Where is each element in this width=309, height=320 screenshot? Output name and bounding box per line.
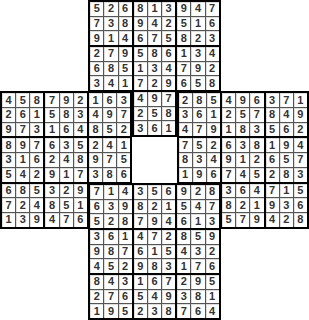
cell-r21c10[interactable]: 2 xyxy=(134,304,147,318)
cell-r14c13[interactable]: 5 xyxy=(177,200,190,214)
cell-r15c17[interactable]: 7 xyxy=(236,213,249,227)
cell-r16c11[interactable]: 7 xyxy=(148,230,161,244)
sudoku-box: 163497852 xyxy=(89,93,130,136)
cell-r15c2[interactable]: 3 xyxy=(16,213,29,227)
cell-r9c1[interactable]: 9 xyxy=(2,123,15,137)
cell-r7c11[interactable]: 9 xyxy=(148,92,161,106)
cell-r20c8[interactable]: 7 xyxy=(104,290,117,304)
cell-r14c14[interactable]: 4 xyxy=(191,200,204,214)
cell-r8c1[interactable]: 2 xyxy=(2,108,15,122)
cell-r12c21[interactable]: 3 xyxy=(294,168,307,182)
cell-r13c10[interactable]: 3 xyxy=(134,185,147,199)
cell-r18c14[interactable]: 7 xyxy=(191,259,204,273)
cell-r12c9[interactable]: 6 xyxy=(117,168,130,182)
cell-r11c1[interactable]: 3 xyxy=(2,153,15,167)
cell-r13c18[interactable]: 4 xyxy=(250,184,263,198)
cell-r9c20[interactable]: 6 xyxy=(280,123,293,137)
cell-r3c11[interactable]: 7 xyxy=(148,31,161,45)
cell-r17c13[interactable]: 4 xyxy=(177,245,190,259)
cell-r10c20[interactable]: 9 xyxy=(280,138,293,152)
cell-r3c9[interactable]: 4 xyxy=(119,31,132,45)
cell-r2c7[interactable]: 7 xyxy=(90,17,103,31)
cell-r18c9[interactable]: 2 xyxy=(119,259,132,273)
cell-r2c15[interactable]: 6 xyxy=(206,17,219,31)
cell-r7c19[interactable]: 3 xyxy=(266,93,279,107)
cell-r7c13[interactable]: 2 xyxy=(179,93,192,107)
cell-r8c14[interactable]: 6 xyxy=(193,108,206,122)
cell-r5c10[interactable]: 1 xyxy=(134,62,147,76)
cell-r15c19[interactable]: 4 xyxy=(266,213,279,227)
cell-r13c5[interactable]: 2 xyxy=(60,184,73,198)
cell-r14c12[interactable]: 1 xyxy=(162,200,175,214)
cell-r8c5[interactable]: 8 xyxy=(60,108,73,122)
cell-r4c9[interactable]: 9 xyxy=(119,47,132,61)
cell-r12c18[interactable]: 5 xyxy=(250,168,263,182)
cell-r12c20[interactable]: 8 xyxy=(280,168,293,182)
cell-r21c8[interactable]: 9 xyxy=(104,304,117,318)
cell-r2c13[interactable]: 5 xyxy=(177,17,190,31)
cell-r9c8[interactable]: 5 xyxy=(103,123,116,137)
cell-r10c9[interactable]: 1 xyxy=(117,138,130,152)
cell-r7c18[interactable]: 6 xyxy=(250,93,263,107)
cell-r11c8[interactable]: 7 xyxy=(103,153,116,167)
cell-r11c16[interactable]: 9 xyxy=(222,153,235,167)
cell-r18c7[interactable]: 4 xyxy=(90,259,103,273)
cell-r18c11[interactable]: 8 xyxy=(148,259,161,273)
cell-r20c15[interactable]: 1 xyxy=(206,290,219,304)
cell-r5c13[interactable]: 7 xyxy=(177,62,190,76)
cell-r16c10[interactable]: 4 xyxy=(134,230,147,244)
cell-r9c19[interactable]: 5 xyxy=(266,123,279,137)
cell-r10c18[interactable]: 8 xyxy=(250,138,263,152)
cell-r19c14[interactable]: 9 xyxy=(191,275,204,289)
cell-r6c13[interactable]: 6 xyxy=(177,76,190,90)
cell-r8c21[interactable]: 9 xyxy=(294,108,307,122)
cell-r7c4[interactable]: 7 xyxy=(45,93,58,107)
cell-r4c14[interactable]: 3 xyxy=(191,47,204,61)
sudoku-box: 285361479 xyxy=(179,93,220,136)
cell-r13c9[interactable]: 4 xyxy=(119,185,132,199)
cell-r11c4[interactable]: 2 xyxy=(45,153,58,167)
cell-r3c7[interactable]: 9 xyxy=(90,31,103,45)
cell-r8c4[interactable]: 5 xyxy=(45,108,58,122)
cell-r1c8[interactable]: 2 xyxy=(104,2,117,16)
cell-r15c20[interactable]: 2 xyxy=(280,213,293,227)
cell-r14c7[interactable]: 6 xyxy=(90,200,103,214)
cell-r9c15[interactable]: 9 xyxy=(207,123,220,137)
cell-r7c8[interactable]: 6 xyxy=(103,93,116,107)
cell-r3c13[interactable]: 8 xyxy=(177,31,190,45)
cell-r18c10[interactable]: 9 xyxy=(134,259,147,273)
cell-r15c18[interactable]: 9 xyxy=(250,213,263,227)
cell-r14c16[interactable]: 8 xyxy=(222,198,235,212)
cell-r7c1[interactable]: 4 xyxy=(2,93,15,107)
cell-r13c19[interactable]: 7 xyxy=(266,184,279,198)
cell-r17c10[interactable]: 6 xyxy=(134,245,147,259)
cell-r8c20[interactable]: 4 xyxy=(280,108,293,122)
cell-r18c12[interactable]: 3 xyxy=(162,259,175,273)
cell-r12c5[interactable]: 1 xyxy=(60,168,73,182)
cell-r1c11[interactable]: 1 xyxy=(148,2,161,16)
cell-r13c15[interactable]: 8 xyxy=(206,185,219,199)
cell-r7c15[interactable]: 5 xyxy=(207,93,220,107)
cell-r6c9[interactable]: 1 xyxy=(119,76,132,90)
sudoku-box: 496257183 xyxy=(222,93,263,136)
cell-r14c4[interactable]: 8 xyxy=(45,198,58,212)
cell-r17c14[interactable]: 3 xyxy=(191,245,204,259)
cell-r1c15[interactable]: 7 xyxy=(206,2,219,16)
cell-r9c12[interactable]: 1 xyxy=(162,121,175,135)
cell-r10c14[interactable]: 5 xyxy=(193,138,206,152)
cell-r14c20[interactable]: 3 xyxy=(280,198,293,212)
cell-r9c14[interactable]: 7 xyxy=(193,123,206,137)
cell-r21c14[interactable]: 6 xyxy=(191,304,204,318)
cell-r8c9[interactable]: 7 xyxy=(117,108,130,122)
cell-r10c16[interactable]: 6 xyxy=(222,138,235,152)
cell-r11c3[interactable]: 6 xyxy=(30,153,43,167)
cell-r8c13[interactable]: 3 xyxy=(179,108,192,122)
cell-r15c12[interactable]: 4 xyxy=(162,214,175,228)
cell-r21c13[interactable]: 7 xyxy=(177,304,190,318)
cell-r5c14[interactable]: 9 xyxy=(191,62,204,76)
cell-r11c7[interactable]: 9 xyxy=(89,153,102,167)
cell-r9c5[interactable]: 6 xyxy=(60,123,73,137)
sudoku-box: 472615983 xyxy=(134,230,175,273)
cell-r15c5[interactable]: 7 xyxy=(60,213,73,227)
cell-r9c16[interactable]: 1 xyxy=(222,123,235,137)
cell-r21c9[interactable]: 5 xyxy=(119,304,132,318)
cell-r5c12[interactable]: 4 xyxy=(162,62,175,76)
cell-r2c9[interactable]: 8 xyxy=(119,17,132,31)
cell-r6c7[interactable]: 3 xyxy=(90,76,103,90)
cell-r12c3[interactable]: 2 xyxy=(30,168,43,182)
cell-r18c15[interactable]: 6 xyxy=(206,259,219,273)
cell-r20c12[interactable]: 9 xyxy=(162,290,175,304)
cell-r10c8[interactable]: 4 xyxy=(103,138,116,152)
cell-r17c8[interactable]: 8 xyxy=(104,245,117,259)
cell-r4c13[interactable]: 1 xyxy=(177,47,190,61)
cell-r1c13[interactable]: 9 xyxy=(177,2,190,16)
cell-r13c11[interactable]: 5 xyxy=(148,185,161,199)
cell-r11c15[interactable]: 4 xyxy=(207,153,220,167)
cell-r7c20[interactable]: 7 xyxy=(280,93,293,107)
cell-r12c19[interactable]: 2 xyxy=(266,168,279,182)
cell-r4c15[interactable]: 4 xyxy=(206,47,219,61)
cell-r7c17[interactable]: 9 xyxy=(236,93,249,107)
cell-r15c10[interactable]: 7 xyxy=(134,214,147,228)
cell-r15c21[interactable]: 8 xyxy=(294,213,307,227)
cell-r9c4[interactable]: 1 xyxy=(45,123,58,137)
cell-r13c21[interactable]: 5 xyxy=(294,184,307,198)
cell-r9c13[interactable]: 4 xyxy=(179,123,192,137)
cell-r16c12[interactable]: 2 xyxy=(162,230,175,244)
cell-r10c4[interactable]: 6 xyxy=(45,138,58,152)
cell-r10c6[interactable]: 5 xyxy=(74,138,87,152)
cell-r13c4[interactable]: 3 xyxy=(45,184,58,198)
cell-r20c7[interactable]: 2 xyxy=(90,290,103,304)
cell-r10c2[interactable]: 9 xyxy=(16,138,29,152)
cell-r5c9[interactable]: 5 xyxy=(119,62,132,76)
cell-r3c10[interactable]: 6 xyxy=(134,31,147,45)
cell-r10c15[interactable]: 2 xyxy=(207,138,220,152)
cell-r14c2[interactable]: 2 xyxy=(16,198,29,212)
samurai-sudoku-board: 5267389148139426759475168232796853415861… xyxy=(0,0,309,320)
cell-r5c11[interactable]: 3 xyxy=(148,62,161,76)
cell-r13c20[interactable]: 1 xyxy=(280,184,293,198)
cell-r3c8[interactable]: 1 xyxy=(104,31,117,45)
cell-r2c12[interactable]: 2 xyxy=(162,17,175,31)
cell-r10c3[interactable]: 7 xyxy=(30,138,43,152)
cell-r3c14[interactable]: 2 xyxy=(191,31,204,45)
cell-r15c4[interactable]: 4 xyxy=(45,213,58,227)
cell-r21c7[interactable]: 1 xyxy=(90,304,103,318)
sudoku-box: 167549238 xyxy=(134,275,175,318)
sudoku-box: 635248917 xyxy=(45,138,86,181)
cell-r14c18[interactable]: 1 xyxy=(250,198,263,212)
cell-r16c7[interactable]: 3 xyxy=(90,230,103,244)
cell-r12c14[interactable]: 9 xyxy=(193,168,206,182)
cell-r9c6[interactable]: 4 xyxy=(74,123,87,137)
cell-r8c2[interactable]: 6 xyxy=(16,108,29,122)
cell-r11c18[interactable]: 2 xyxy=(250,153,263,167)
sudoku-box: 752834196 xyxy=(179,138,220,181)
cell-r12c8[interactable]: 8 xyxy=(103,168,116,182)
cell-r3c15[interactable]: 3 xyxy=(206,31,219,45)
cell-r12c6[interactable]: 7 xyxy=(74,168,87,182)
cell-r20c9[interactable]: 6 xyxy=(119,290,132,304)
cell-r14c15[interactable]: 7 xyxy=(206,200,219,214)
cell-r13c3[interactable]: 5 xyxy=(30,184,43,198)
cell-r6c8[interactable]: 4 xyxy=(104,76,117,90)
cell-r8c7[interactable]: 4 xyxy=(89,108,102,122)
cell-r9c2[interactable]: 7 xyxy=(16,123,29,137)
cell-r12c13[interactable]: 1 xyxy=(179,168,192,182)
cell-r15c6[interactable]: 6 xyxy=(74,213,87,227)
cell-r14c3[interactable]: 4 xyxy=(30,198,43,212)
cell-r10c17[interactable]: 3 xyxy=(236,138,249,152)
cell-r14c11[interactable]: 2 xyxy=(148,200,161,214)
cell-r8c6[interactable]: 3 xyxy=(74,108,87,122)
cell-r17c11[interactable]: 1 xyxy=(148,245,161,259)
cell-r18c13[interactable]: 1 xyxy=(177,259,190,273)
cell-r8c8[interactable]: 9 xyxy=(103,108,116,122)
cell-r13c17[interactable]: 6 xyxy=(236,184,249,198)
cell-r11c20[interactable]: 5 xyxy=(280,153,293,167)
sudoku-box: 586134729 xyxy=(134,47,175,90)
cell-r19c12[interactable]: 7 xyxy=(162,275,175,289)
cell-r11c6[interactable]: 8 xyxy=(74,153,87,167)
cell-r17c9[interactable]: 7 xyxy=(119,245,132,259)
cell-r15c8[interactable]: 2 xyxy=(104,214,117,228)
cell-r19c7[interactable]: 8 xyxy=(90,275,103,289)
cell-r15c14[interactable]: 1 xyxy=(191,214,204,228)
cell-r15c15[interactable]: 3 xyxy=(206,214,219,228)
cell-r4c8[interactable]: 7 xyxy=(104,47,117,61)
cell-r2c14[interactable]: 1 xyxy=(191,17,204,31)
cell-r15c7[interactable]: 5 xyxy=(90,214,103,228)
cell-r1c7[interactable]: 5 xyxy=(90,2,103,16)
cell-r9c17[interactable]: 8 xyxy=(236,123,249,137)
cell-r10c19[interactable]: 1 xyxy=(266,138,279,152)
cell-r11c21[interactable]: 7 xyxy=(294,153,307,167)
cell-r16c13[interactable]: 8 xyxy=(177,230,190,244)
cell-r12c17[interactable]: 4 xyxy=(236,168,249,182)
cell-r4c12[interactable]: 6 xyxy=(162,47,175,61)
cell-r15c16[interactable]: 5 xyxy=(222,213,235,227)
sudoku-box: 361987452 xyxy=(90,230,131,273)
cell-r13c2[interactable]: 8 xyxy=(16,184,29,198)
cell-r11c19[interactable]: 6 xyxy=(266,153,279,167)
cell-r7c5[interactable]: 9 xyxy=(60,93,73,107)
cell-r15c3[interactable]: 9 xyxy=(30,213,43,227)
cell-r4c10[interactable]: 5 xyxy=(134,47,147,61)
cell-r8c17[interactable]: 5 xyxy=(236,108,249,122)
cell-r8c15[interactable]: 1 xyxy=(207,108,220,122)
cell-r16c8[interactable]: 6 xyxy=(104,230,117,244)
cell-r13c14[interactable]: 2 xyxy=(191,185,204,199)
cell-r4c7[interactable]: 2 xyxy=(90,47,103,61)
cell-r17c15[interactable]: 2 xyxy=(206,245,219,259)
cell-r15c13[interactable]: 6 xyxy=(177,214,190,228)
cell-r7c6[interactable]: 2 xyxy=(74,93,87,107)
cell-r6c11[interactable]: 2 xyxy=(148,76,161,90)
cell-r9c10[interactable]: 3 xyxy=(134,121,147,135)
cell-r12c15[interactable]: 6 xyxy=(207,168,220,182)
cell-r12c4[interactable]: 9 xyxy=(45,168,58,182)
cell-r15c11[interactable]: 9 xyxy=(148,214,161,228)
cell-r19c10[interactable]: 1 xyxy=(134,275,147,289)
cell-r19c15[interactable]: 5 xyxy=(206,275,219,289)
sudoku-grid-bottom: 7146395283568217949285476133619874524726… xyxy=(88,183,220,320)
cell-r6c15[interactable]: 8 xyxy=(206,76,219,90)
cell-r16c15[interactable]: 9 xyxy=(206,230,219,244)
cell-r10c13[interactable]: 7 xyxy=(179,138,192,152)
cell-r2c10[interactable]: 9 xyxy=(134,17,147,31)
cell-r1c12[interactable]: 3 xyxy=(162,2,175,16)
cell-r7c2[interactable]: 5 xyxy=(16,93,29,107)
cell-r20c10[interactable]: 5 xyxy=(134,290,147,304)
cell-r9c9[interactable]: 2 xyxy=(117,123,130,137)
cell-r15c1[interactable]: 1 xyxy=(2,213,15,227)
cell-r16c9[interactable]: 1 xyxy=(119,230,132,244)
cell-r17c12[interactable]: 5 xyxy=(162,245,175,259)
cell-r21c12[interactable]: 8 xyxy=(162,304,175,318)
cell-r8c19[interactable]: 8 xyxy=(266,108,279,122)
cell-r7c9[interactable]: 3 xyxy=(117,93,130,107)
cell-r14c8[interactable]: 3 xyxy=(104,200,117,214)
cell-r14c5[interactable]: 5 xyxy=(60,198,73,212)
cell-r10c7[interactable]: 2 xyxy=(89,138,102,152)
cell-r11c2[interactable]: 1 xyxy=(16,153,29,167)
cell-r8c16[interactable]: 2 xyxy=(222,108,235,122)
cell-r7c14[interactable]: 8 xyxy=(193,93,206,107)
cell-r2c11[interactable]: 4 xyxy=(148,17,161,31)
cell-r4c11[interactable]: 8 xyxy=(148,47,161,61)
cell-r13c13[interactable]: 9 xyxy=(177,185,190,199)
sudoku-box: 526738914 xyxy=(90,2,131,45)
cell-r21c11[interactable]: 3 xyxy=(148,304,161,318)
cell-r9c11[interactable]: 6 xyxy=(148,121,161,135)
cell-r9c21[interactable]: 2 xyxy=(294,123,307,137)
cell-r17c7[interactable]: 9 xyxy=(90,245,103,259)
cell-r5c15[interactable]: 2 xyxy=(206,62,219,76)
cell-r14c1[interactable]: 7 xyxy=(2,198,15,212)
cell-r1c9[interactable]: 6 xyxy=(119,2,132,16)
cell-r12c16[interactable]: 7 xyxy=(222,168,235,182)
cell-r13c1[interactable]: 6 xyxy=(2,184,15,198)
cell-r20c11[interactable]: 4 xyxy=(148,290,161,304)
cell-r3c12[interactable]: 5 xyxy=(162,31,175,45)
cell-r19c8[interactable]: 4 xyxy=(104,275,117,289)
cell-r19c9[interactable]: 3 xyxy=(119,275,132,289)
cell-r7c12[interactable]: 7 xyxy=(162,92,175,106)
cell-r21c15[interactable]: 4 xyxy=(206,304,219,318)
cell-r10c5[interactable]: 3 xyxy=(60,138,73,152)
cell-r6c10[interactable]: 7 xyxy=(134,76,147,90)
cell-r13c12[interactable]: 6 xyxy=(162,185,175,199)
cell-r12c7[interactable]: 3 xyxy=(89,168,102,182)
cell-r9c3[interactable]: 3 xyxy=(30,123,43,137)
cell-r8c18[interactable]: 7 xyxy=(250,108,263,122)
cell-r8c10[interactable]: 2 xyxy=(134,107,147,121)
cell-r13c6[interactable]: 9 xyxy=(74,184,87,198)
cell-r7c10[interactable]: 4 xyxy=(134,92,147,106)
cell-r14c10[interactable]: 8 xyxy=(134,200,147,214)
cell-r20c13[interactable]: 3 xyxy=(177,290,190,304)
cell-r7c21[interactable]: 1 xyxy=(294,93,307,107)
cell-r9c7[interactable]: 8 xyxy=(89,123,102,137)
cell-r13c8[interactable]: 1 xyxy=(104,185,117,199)
cell-r11c9[interactable]: 5 xyxy=(117,153,130,167)
cell-r7c16[interactable]: 4 xyxy=(222,93,235,107)
cell-r11c14[interactable]: 3 xyxy=(193,153,206,167)
cell-r14c21[interactable]: 6 xyxy=(294,198,307,212)
cell-r12c1[interactable]: 5 xyxy=(2,168,15,182)
cell-r8c11[interactable]: 5 xyxy=(148,107,161,121)
cell-r5c7[interactable]: 6 xyxy=(90,62,103,76)
cell-r19c13[interactable]: 2 xyxy=(177,275,190,289)
cell-r19c11[interactable]: 6 xyxy=(148,275,161,289)
cell-r14c17[interactable]: 2 xyxy=(236,198,249,212)
cell-r6c14[interactable]: 5 xyxy=(191,76,204,90)
cell-r1c14[interactable]: 4 xyxy=(191,2,204,16)
cell-r15c9[interactable]: 8 xyxy=(119,214,132,228)
cell-r14c6[interactable]: 1 xyxy=(74,198,87,212)
cell-r2c8[interactable]: 3 xyxy=(104,17,117,31)
cell-r14c19[interactable]: 9 xyxy=(266,198,279,212)
cell-r14c9[interactable]: 9 xyxy=(119,200,132,214)
cell-r20c14[interactable]: 8 xyxy=(191,290,204,304)
cell-r8c12[interactable]: 8 xyxy=(162,107,175,121)
cell-r7c3[interactable]: 8 xyxy=(30,93,43,107)
cell-r8c3[interactable]: 1 xyxy=(30,108,43,122)
cell-r13c16[interactable]: 3 xyxy=(222,184,235,198)
cell-r18c8[interactable]: 5 xyxy=(104,259,117,273)
cell-r7c7[interactable]: 1 xyxy=(89,93,102,107)
cell-r1c10[interactable]: 8 xyxy=(134,2,147,16)
cell-r5c8[interactable]: 8 xyxy=(104,62,117,76)
cell-r11c17[interactable]: 1 xyxy=(236,153,249,167)
cell-r11c5[interactable]: 4 xyxy=(60,153,73,167)
cell-r11c13[interactable]: 8 xyxy=(179,153,192,167)
cell-r16c14[interactable]: 5 xyxy=(191,230,204,244)
cell-r10c21[interactable]: 4 xyxy=(294,138,307,152)
cell-r10c1[interactable]: 8 xyxy=(2,138,15,152)
cell-r13c7[interactable]: 7 xyxy=(90,185,103,199)
cell-r9c18[interactable]: 3 xyxy=(250,123,263,137)
cell-r12c2[interactable]: 4 xyxy=(16,168,29,182)
cell-r6c12[interactable]: 9 xyxy=(162,76,175,90)
